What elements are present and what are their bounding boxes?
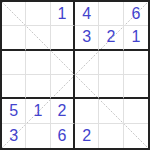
cell-r4c2[interactable]: [26, 75, 50, 99]
cell-r2c3[interactable]: [51, 26, 75, 50]
cell-r5c6[interactable]: [124, 99, 148, 123]
cell-r3c4[interactable]: [75, 51, 99, 75]
given-digit: 6: [131, 6, 140, 22]
sudoku-grid: 146321512362: [2, 2, 148, 148]
cell-r4c5[interactable]: [99, 75, 123, 99]
cell-r4c4[interactable]: [75, 75, 99, 99]
cell-r3c2[interactable]: [26, 51, 50, 75]
cell-r6c4[interactable]: 2: [75, 124, 99, 148]
cell-r3c5[interactable]: [99, 51, 123, 75]
cell-r1c6[interactable]: 6: [124, 2, 148, 26]
given-digit: 4: [82, 6, 91, 22]
cell-r6c3[interactable]: 6: [51, 124, 75, 148]
cell-r2c5[interactable]: 2: [99, 26, 123, 50]
given-digit: 3: [82, 29, 91, 45]
cell-r3c1[interactable]: [2, 51, 26, 75]
cell-r6c5[interactable]: [99, 124, 123, 148]
cell-r1c4[interactable]: 4: [75, 2, 99, 26]
given-digit: 2: [107, 29, 116, 45]
cell-r6c1[interactable]: 3: [2, 124, 26, 148]
given-digit: 1: [57, 6, 66, 22]
cell-r5c3[interactable]: 2: [51, 99, 75, 123]
given-digit: 1: [131, 29, 140, 45]
cell-r1c5[interactable]: [99, 2, 123, 26]
cell-r5c1[interactable]: 5: [2, 99, 26, 123]
cell-r3c6[interactable]: [124, 51, 148, 75]
cell-r5c2[interactable]: 1: [26, 99, 50, 123]
cell-r1c1[interactable]: [2, 2, 26, 26]
given-digit: 2: [57, 103, 66, 119]
cell-r3c3[interactable]: [51, 51, 75, 75]
cell-r2c4[interactable]: 3: [75, 26, 99, 50]
given-digit: 6: [57, 128, 66, 144]
cell-r6c2[interactable]: [26, 124, 50, 148]
cell-r1c2[interactable]: [26, 2, 50, 26]
cell-r2c1[interactable]: [2, 26, 26, 50]
cell-r4c1[interactable]: [2, 75, 26, 99]
cell-r6c6[interactable]: [124, 124, 148, 148]
given-digit: 2: [82, 128, 91, 144]
given-digit: 5: [9, 103, 18, 119]
cell-r2c2[interactable]: [26, 26, 50, 50]
cell-r5c5[interactable]: [99, 99, 123, 123]
cell-r2c6[interactable]: 1: [124, 26, 148, 50]
cell-r4c6[interactable]: [124, 75, 148, 99]
given-digit: 3: [9, 128, 18, 144]
cell-r4c3[interactable]: [51, 75, 75, 99]
sudoku-board: 146321512362: [0, 0, 150, 150]
given-digit: 1: [34, 103, 43, 119]
cell-r5c4[interactable]: [75, 99, 99, 123]
cell-r1c3[interactable]: 1: [51, 2, 75, 26]
